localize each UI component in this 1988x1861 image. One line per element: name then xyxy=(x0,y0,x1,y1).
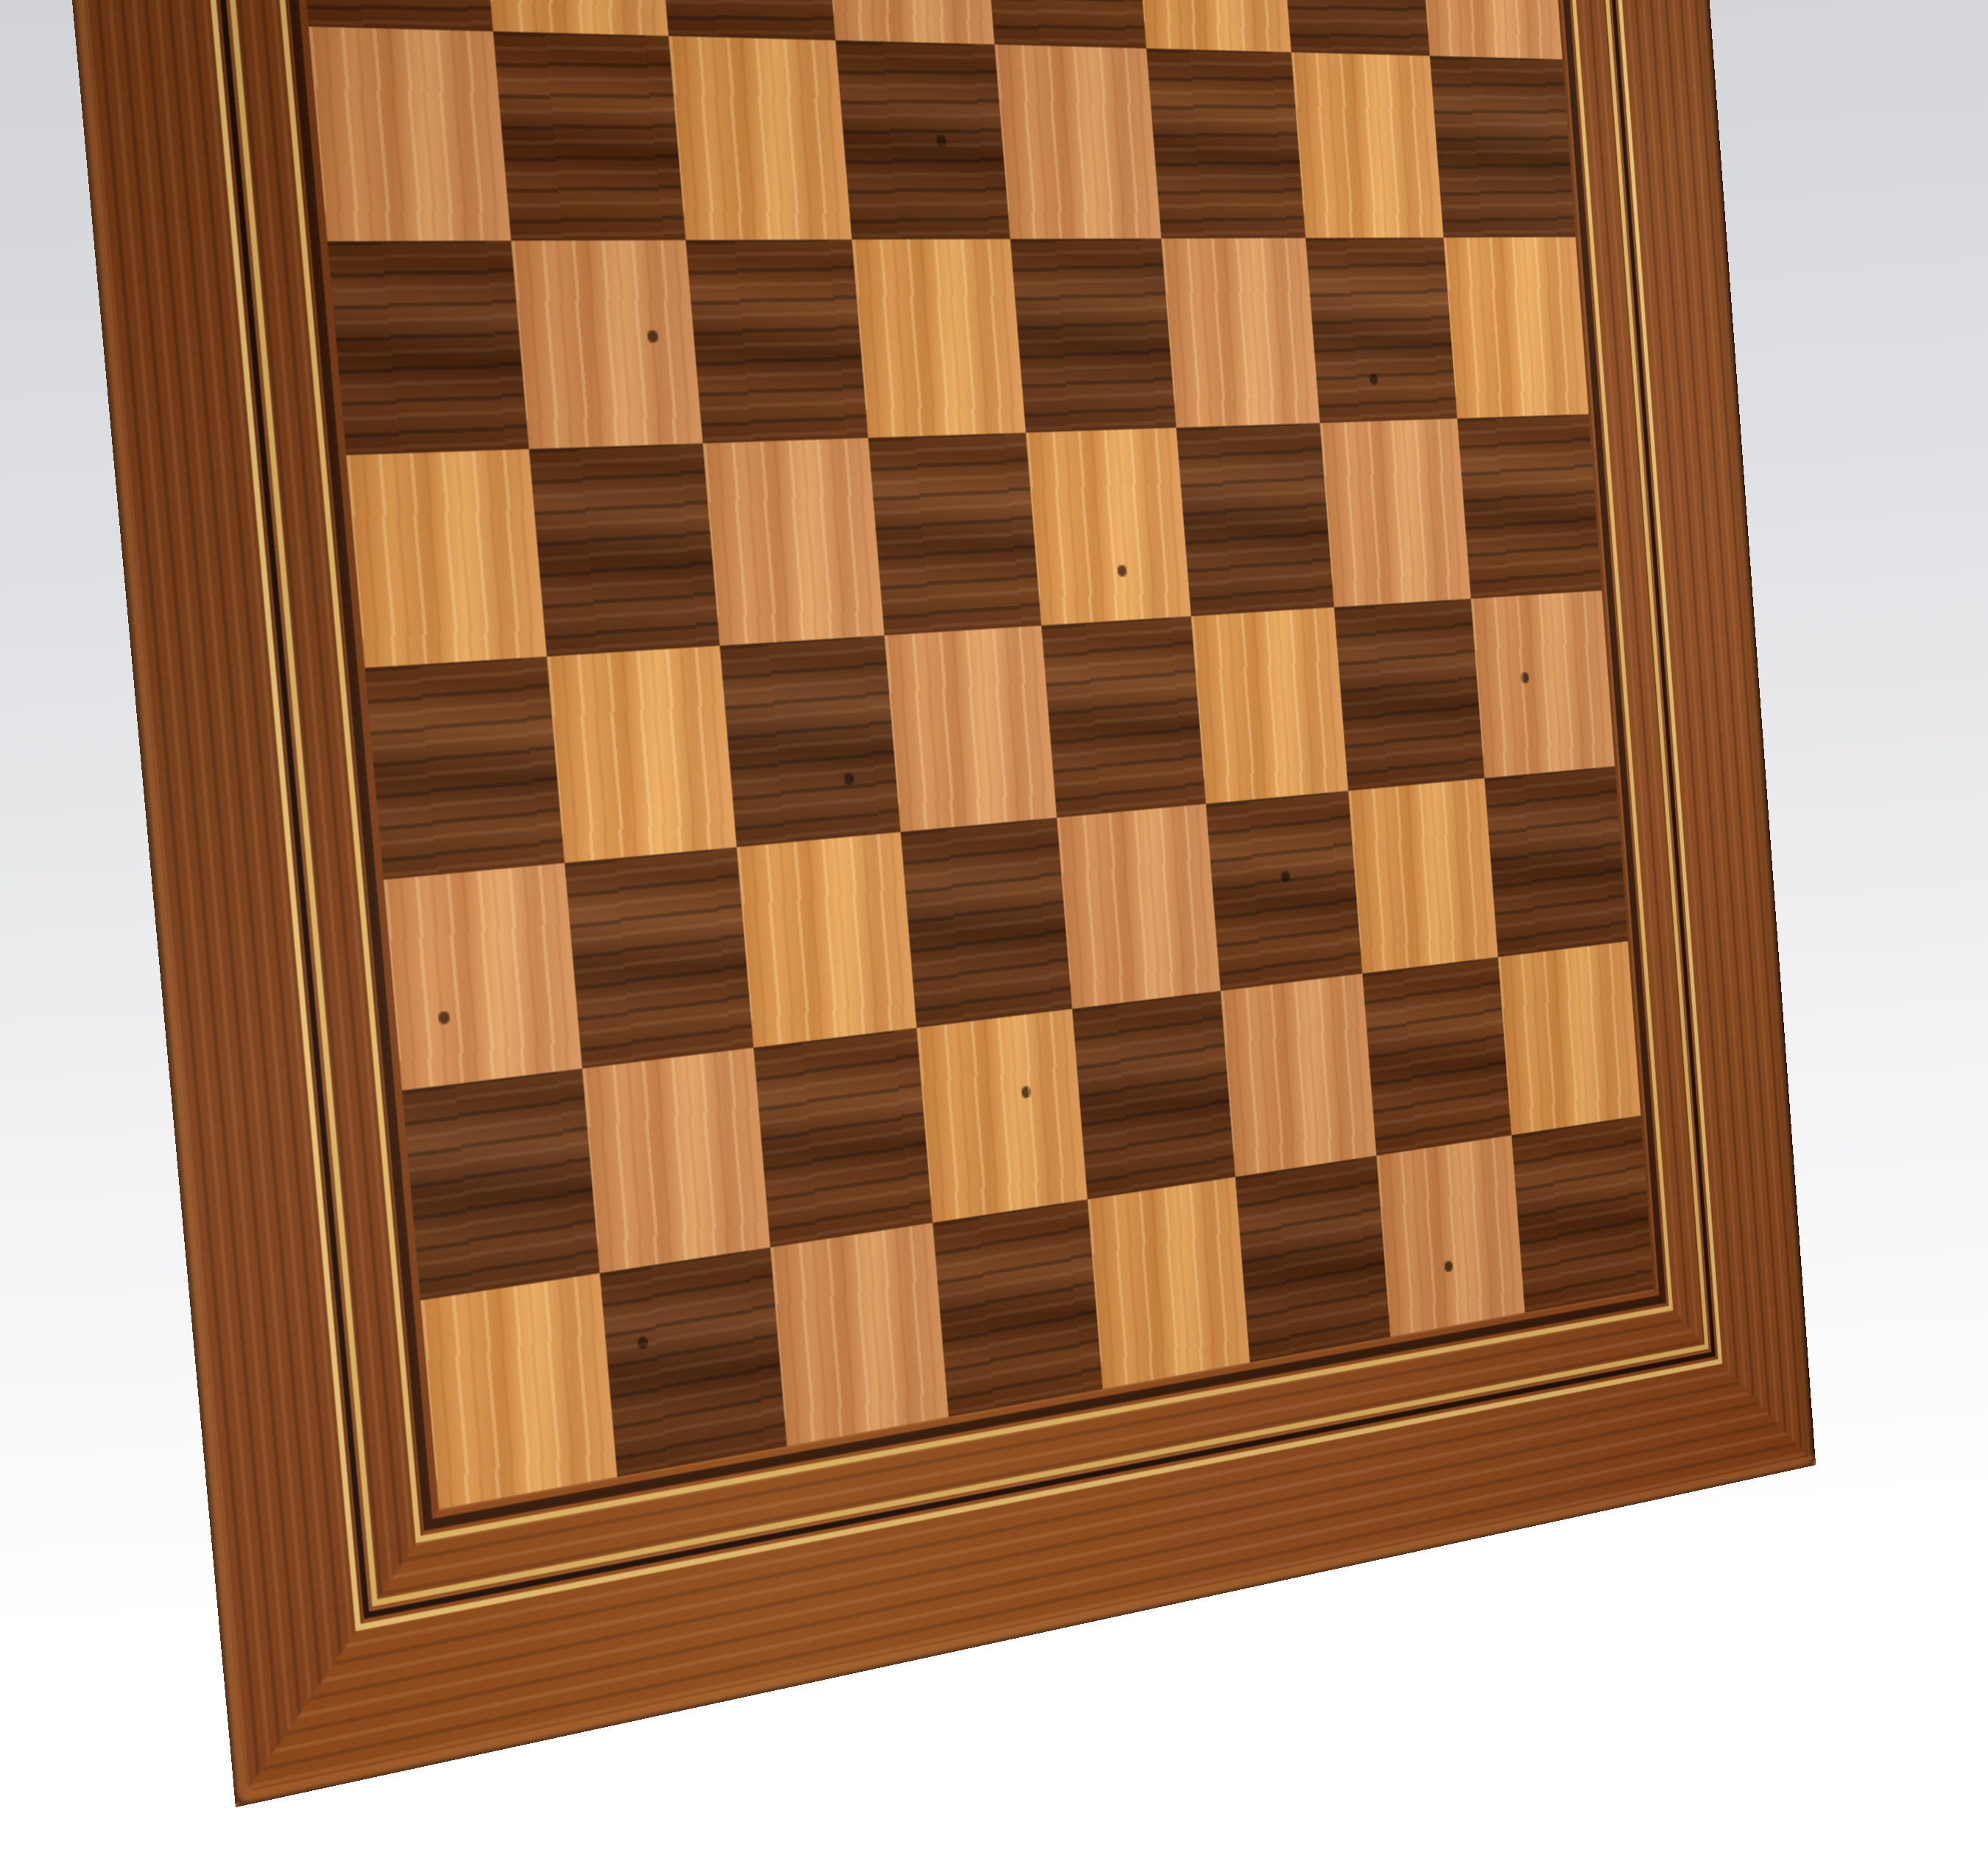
veneer-pin-speck xyxy=(844,773,855,785)
square-h3 xyxy=(1484,766,1628,957)
square-b8 xyxy=(475,0,669,36)
veneer-pin-speck xyxy=(438,1011,450,1025)
chessboard xyxy=(29,0,1816,1807)
veneer-pin-speck xyxy=(647,331,658,343)
photo-background xyxy=(0,0,1988,1861)
veneer-pin-speck xyxy=(1369,373,1378,384)
square-d3 xyxy=(900,818,1072,1028)
square-c8 xyxy=(652,0,836,40)
square-g8 xyxy=(1277,0,1430,56)
square-a4 xyxy=(365,657,565,880)
veneer-pin-speck xyxy=(1280,871,1290,883)
square-h4 xyxy=(1471,590,1615,778)
veneer-pin-speck xyxy=(1117,565,1127,576)
square-c1 xyxy=(770,1223,948,1446)
square-d4 xyxy=(884,626,1057,832)
square-d1 xyxy=(933,1199,1103,1417)
square-b1 xyxy=(600,1247,787,1477)
square-c5 xyxy=(702,438,884,646)
veneer-pin-speck xyxy=(936,135,946,147)
square-h1 xyxy=(1512,1115,1654,1313)
square-e5 xyxy=(1026,428,1191,626)
veneer-pin-speck xyxy=(1520,672,1529,683)
square-e8 xyxy=(979,0,1146,49)
square-f5 xyxy=(1176,423,1333,616)
square-g5 xyxy=(1320,418,1471,607)
veneer-pin-speck xyxy=(1021,1086,1032,1098)
square-d8 xyxy=(819,0,994,44)
square-f3 xyxy=(1206,791,1363,991)
square-a2 xyxy=(402,1069,600,1301)
square-c3 xyxy=(737,832,917,1048)
square-g6 xyxy=(1305,238,1457,423)
square-a6 xyxy=(328,241,529,455)
square-e7 xyxy=(995,44,1161,239)
square-f8 xyxy=(1131,0,1291,52)
square-f7 xyxy=(1146,49,1305,239)
square-h7 xyxy=(1430,56,1576,238)
square-b4 xyxy=(547,646,737,863)
square-f6 xyxy=(1161,238,1319,428)
square-g4 xyxy=(1334,598,1484,791)
square-g7 xyxy=(1291,52,1444,238)
square-c2 xyxy=(753,1028,932,1247)
square-h6 xyxy=(1444,237,1589,418)
board-squares-grid xyxy=(289,0,1654,1509)
square-a3 xyxy=(384,863,582,1090)
square-c6 xyxy=(685,239,868,443)
square-c7 xyxy=(669,36,852,240)
square-e4 xyxy=(1041,616,1205,818)
square-b5 xyxy=(529,443,719,657)
square-d6 xyxy=(852,239,1026,438)
square-f4 xyxy=(1191,607,1349,804)
square-a1 xyxy=(420,1274,617,1510)
square-d7 xyxy=(836,40,1010,240)
square-c4 xyxy=(720,635,901,847)
square-g3 xyxy=(1348,778,1498,973)
square-a7 xyxy=(309,27,511,241)
square-f2 xyxy=(1221,974,1377,1177)
veneer-pin-speck xyxy=(637,1336,648,1350)
square-e1 xyxy=(1088,1177,1250,1389)
square-a5 xyxy=(346,449,546,668)
square-h8 xyxy=(1416,0,1562,60)
veneer-pin-speck xyxy=(1444,1260,1453,1273)
square-e2 xyxy=(1072,991,1235,1199)
square-g2 xyxy=(1362,957,1511,1156)
square-b2 xyxy=(582,1048,770,1273)
square-e3 xyxy=(1057,804,1220,1009)
square-f1 xyxy=(1236,1156,1391,1363)
square-h2 xyxy=(1498,942,1640,1135)
square-d2 xyxy=(917,1009,1088,1223)
square-g1 xyxy=(1376,1135,1525,1337)
square-b3 xyxy=(565,847,754,1069)
square-h5 xyxy=(1457,414,1601,599)
square-b6 xyxy=(511,240,702,449)
square-e6 xyxy=(1010,239,1176,433)
square-d5 xyxy=(868,433,1041,635)
square-b7 xyxy=(493,32,686,241)
